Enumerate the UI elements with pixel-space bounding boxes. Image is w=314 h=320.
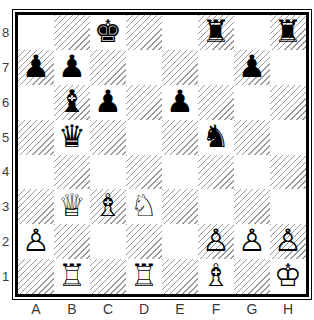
square-e3[interactable]	[162, 189, 198, 224]
board-border: ♚♜♜♟♟♟♝♟♟♛♞♕♗♘♙♙♙♙♖♖♗♔	[15, 12, 309, 297]
piece-black-queen[interactable]: ♛	[58, 121, 86, 152]
piece-white-queen[interactable]: ♕	[58, 190, 86, 221]
square-c4[interactable]	[90, 155, 126, 190]
square-f2[interactable]: ♙	[198, 224, 234, 259]
square-b4[interactable]	[54, 155, 90, 190]
piece-black-bishop[interactable]: ♝	[58, 86, 86, 117]
square-g4[interactable]	[234, 155, 270, 190]
rank-label-6: 6	[0, 85, 11, 120]
piece-white-pawn[interactable]: ♙	[202, 225, 230, 256]
file-label-d: D	[126, 299, 162, 318]
square-e1[interactable]	[162, 259, 198, 294]
square-a5[interactable]	[18, 120, 54, 155]
square-g7[interactable]: ♟	[234, 50, 270, 85]
rank-label-7: 7	[0, 50, 11, 85]
square-c6[interactable]: ♟	[90, 85, 126, 120]
square-d4[interactable]	[126, 155, 162, 190]
square-g8[interactable]	[234, 15, 270, 50]
square-h4[interactable]	[270, 155, 306, 190]
square-f8[interactable]: ♜	[198, 15, 234, 50]
square-b2[interactable]	[54, 224, 90, 259]
piece-white-rook[interactable]: ♖	[130, 260, 158, 291]
square-h3[interactable]	[270, 189, 306, 224]
square-e5[interactable]	[162, 120, 198, 155]
square-d3[interactable]: ♘	[126, 189, 162, 224]
square-f5[interactable]: ♞	[198, 120, 234, 155]
file-label-b: B	[54, 299, 90, 318]
square-a3[interactable]	[18, 189, 54, 224]
square-g2[interactable]: ♙	[234, 224, 270, 259]
square-c8[interactable]: ♚	[90, 15, 126, 50]
rank-label-1: 1	[0, 259, 11, 294]
piece-white-pawn[interactable]: ♙	[22, 225, 50, 256]
rank-label-3: 3	[0, 189, 11, 224]
square-c1[interactable]	[90, 259, 126, 294]
piece-white-pawn[interactable]: ♙	[238, 225, 266, 256]
square-c3[interactable]: ♗	[90, 189, 126, 224]
square-f1[interactable]: ♗	[198, 259, 234, 294]
square-h5[interactable]	[270, 120, 306, 155]
square-a8[interactable]	[18, 15, 54, 50]
square-g1[interactable]	[234, 259, 270, 294]
square-e4[interactable]	[162, 155, 198, 190]
square-f4[interactable]	[198, 155, 234, 190]
chess-diagram: 87654321 ♚♜♜♟♟♟♝♟♟♛♞♕♗♘♙♙♙♙♖♖♗♔ ABCDEFGH	[0, 0, 314, 320]
file-label-a: A	[18, 299, 54, 318]
piece-black-rook[interactable]: ♜	[274, 16, 302, 47]
square-c7[interactable]	[90, 50, 126, 85]
file-label-f: F	[198, 299, 234, 318]
piece-black-pawn[interactable]: ♟	[238, 51, 266, 82]
square-g6[interactable]	[234, 85, 270, 120]
square-b6[interactable]: ♝	[54, 85, 90, 120]
square-d8[interactable]	[126, 15, 162, 50]
rank-label-8: 8	[0, 15, 11, 50]
square-b7[interactable]: ♟	[54, 50, 90, 85]
rank-label-5: 5	[0, 120, 11, 155]
square-h6[interactable]	[270, 85, 306, 120]
square-g3[interactable]	[234, 189, 270, 224]
square-a4[interactable]	[18, 155, 54, 190]
square-h8[interactable]: ♜	[270, 15, 306, 50]
square-b3[interactable]: ♕	[54, 189, 90, 224]
chess-board: ♚♜♜♟♟♟♝♟♟♛♞♕♗♘♙♙♙♙♖♖♗♔	[18, 15, 306, 294]
piece-white-bishop[interactable]: ♗	[202, 260, 230, 291]
square-h7[interactable]	[270, 50, 306, 85]
piece-black-king[interactable]: ♚	[94, 16, 122, 47]
piece-black-rook[interactable]: ♜	[202, 16, 230, 47]
board-frame: ♚♜♜♟♟♟♝♟♟♛♞♕♗♘♙♙♙♙♖♖♗♔	[12, 9, 312, 300]
square-a2[interactable]: ♙	[18, 224, 54, 259]
piece-white-bishop[interactable]: ♗	[94, 190, 122, 221]
square-g5[interactable]	[234, 120, 270, 155]
piece-black-pawn[interactable]: ♟	[22, 51, 50, 82]
file-label-g: G	[234, 299, 270, 318]
square-c5[interactable]	[90, 120, 126, 155]
square-f6[interactable]	[198, 85, 234, 120]
square-h1[interactable]: ♔	[270, 259, 306, 294]
square-b1[interactable]: ♖	[54, 259, 90, 294]
square-a6[interactable]	[18, 85, 54, 120]
square-e8[interactable]	[162, 15, 198, 50]
piece-black-pawn[interactable]: ♟	[58, 51, 86, 82]
rank-label-4: 4	[0, 155, 11, 190]
square-d7[interactable]	[126, 50, 162, 85]
square-b5[interactable]: ♛	[54, 120, 90, 155]
piece-black-knight[interactable]: ♞	[202, 121, 230, 152]
square-a7[interactable]: ♟	[18, 50, 54, 85]
piece-white-king[interactable]: ♔	[274, 260, 302, 291]
square-e7[interactable]	[162, 50, 198, 85]
piece-white-rook[interactable]: ♖	[58, 260, 86, 291]
file-label-h: H	[270, 299, 306, 318]
file-label-e: E	[162, 299, 198, 318]
piece-white-knight[interactable]: ♘	[130, 190, 158, 221]
square-a1[interactable]	[18, 259, 54, 294]
rank-label-2: 2	[0, 224, 11, 259]
square-h2[interactable]: ♙	[270, 224, 306, 259]
piece-black-pawn[interactable]: ♟	[166, 86, 194, 117]
square-d1[interactable]: ♖	[126, 259, 162, 294]
square-e2[interactable]	[162, 224, 198, 259]
square-d6[interactable]	[126, 85, 162, 120]
rank-labels: 87654321	[0, 15, 11, 294]
square-f7[interactable]	[198, 50, 234, 85]
piece-black-pawn[interactable]: ♟	[94, 86, 122, 117]
piece-white-pawn[interactable]: ♙	[274, 225, 302, 256]
square-c2[interactable]	[90, 224, 126, 259]
square-d5[interactable]	[126, 120, 162, 155]
square-f3[interactable]	[198, 189, 234, 224]
file-label-c: C	[90, 299, 126, 318]
square-b8[interactable]	[54, 15, 90, 50]
square-e6[interactable]: ♟	[162, 85, 198, 120]
square-d2[interactable]	[126, 224, 162, 259]
file-labels: ABCDEFGH	[18, 299, 306, 318]
